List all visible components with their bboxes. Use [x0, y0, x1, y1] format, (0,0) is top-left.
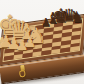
white-pawn: ♟ — [0, 36, 10, 51]
white-queen: ♛ — [7, 17, 32, 42]
black-king: ♚ — [52, 6, 71, 25]
white-pawn: ♟ — [15, 38, 29, 52]
black-bishop: ♝ — [46, 11, 61, 26]
white-pawn: ♟ — [6, 36, 22, 52]
pieces-layer: ♚♛♝♞♟♟♟♟♟♟♝♚♛♞ — [0, 0, 84, 84]
black-queen: ♛ — [61, 7, 78, 24]
white-pawn: ♟ — [0, 34, 14, 50]
black-pawn: ♟ — [41, 17, 52, 28]
white-knight: ♞ — [27, 26, 48, 47]
white-pawn: ♟ — [24, 36, 37, 49]
black-knight: ♞ — [70, 10, 85, 25]
white-bishop: ♝ — [17, 22, 37, 42]
white-king: ♚ — [0, 12, 24, 40]
chess-set-photo: ♚♛♝♞♟♟♟♟♟♟♝♚♛♞ — [0, 0, 84, 84]
